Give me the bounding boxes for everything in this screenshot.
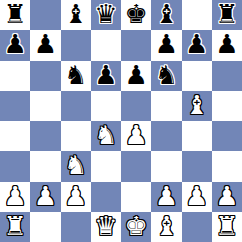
square-d6[interactable]: ♟ (91, 61, 121, 91)
black-rook[interactable]: ♜ (3, 1, 26, 27)
square-f4[interactable] (151, 121, 181, 151)
square-h2[interactable]: ♟ (212, 182, 242, 212)
square-b2[interactable]: ♟ (30, 182, 60, 212)
black-rook[interactable]: ♜ (215, 1, 238, 27)
square-f7[interactable]: ♟ (151, 30, 181, 60)
chess-board: ♜♝♛♚♝♜♟♟♟♟♟♞♟♟♞♝♞♟♞♟♟♟♟♟♟♜♛♚♝♜ (0, 0, 242, 242)
square-h8[interactable]: ♜ (212, 0, 242, 30)
white-rook[interactable]: ♜ (215, 213, 238, 239)
square-h6[interactable] (212, 61, 242, 91)
black-pawn[interactable]: ♟ (155, 31, 178, 57)
white-pawn[interactable]: ♟ (3, 183, 26, 209)
white-pawn[interactable]: ♟ (185, 183, 208, 209)
square-c2[interactable]: ♟ (61, 182, 91, 212)
square-b5[interactable] (30, 91, 60, 121)
square-h4[interactable] (212, 121, 242, 151)
white-pawn[interactable]: ♟ (34, 183, 57, 209)
black-pawn[interactable]: ♟ (34, 31, 57, 57)
white-pawn[interactable]: ♟ (155, 183, 178, 209)
square-g8[interactable] (182, 0, 212, 30)
square-d2[interactable] (91, 182, 121, 212)
square-d4[interactable]: ♞ (91, 121, 121, 151)
square-f1[interactable]: ♝ (151, 212, 181, 242)
white-bishop[interactable]: ♝ (155, 213, 178, 239)
square-f8[interactable]: ♝ (151, 0, 181, 30)
white-pawn[interactable]: ♟ (215, 183, 238, 209)
square-a8[interactable]: ♜ (0, 0, 30, 30)
square-b8[interactable] (30, 0, 60, 30)
white-knight[interactable]: ♞ (64, 152, 87, 178)
square-c7[interactable] (61, 30, 91, 60)
square-c6[interactable]: ♞ (61, 61, 91, 91)
black-pawn[interactable]: ♟ (124, 62, 147, 88)
square-e8[interactable]: ♚ (121, 0, 151, 30)
square-c5[interactable] (61, 91, 91, 121)
black-queen[interactable]: ♛ (94, 1, 117, 27)
square-c3[interactable]: ♞ (61, 151, 91, 181)
square-a7[interactable]: ♟ (0, 30, 30, 60)
square-c1[interactable] (61, 212, 91, 242)
square-g7[interactable]: ♟ (182, 30, 212, 60)
square-g3[interactable] (182, 151, 212, 181)
square-e7[interactable] (121, 30, 151, 60)
white-queen[interactable]: ♛ (94, 213, 117, 239)
square-e1[interactable]: ♚ (121, 212, 151, 242)
square-h7[interactable]: ♟ (212, 30, 242, 60)
black-knight[interactable]: ♞ (155, 62, 178, 88)
white-pawn[interactable]: ♟ (64, 183, 87, 209)
square-h1[interactable]: ♜ (212, 212, 242, 242)
square-d1[interactable]: ♛ (91, 212, 121, 242)
black-bishop[interactable]: ♝ (64, 1, 87, 27)
square-g1[interactable] (182, 212, 212, 242)
black-pawn[interactable]: ♟ (3, 31, 26, 57)
black-pawn[interactable]: ♟ (215, 31, 238, 57)
square-a5[interactable] (0, 91, 30, 121)
square-d5[interactable] (91, 91, 121, 121)
square-d7[interactable] (91, 30, 121, 60)
black-pawn[interactable]: ♟ (94, 62, 117, 88)
black-knight[interactable]: ♞ (64, 62, 87, 88)
square-a2[interactable]: ♟ (0, 182, 30, 212)
square-e5[interactable] (121, 91, 151, 121)
square-d8[interactable]: ♛ (91, 0, 121, 30)
square-a6[interactable] (0, 61, 30, 91)
square-e6[interactable]: ♟ (121, 61, 151, 91)
square-f5[interactable] (151, 91, 181, 121)
square-b3[interactable] (30, 151, 60, 181)
white-bishop[interactable]: ♝ (185, 92, 208, 118)
square-e4[interactable]: ♟ (121, 121, 151, 151)
white-knight[interactable]: ♞ (94, 122, 117, 148)
square-f6[interactable]: ♞ (151, 61, 181, 91)
square-a3[interactable] (0, 151, 30, 181)
square-c4[interactable] (61, 121, 91, 151)
white-pawn[interactable]: ♟ (124, 122, 147, 148)
square-g5[interactable]: ♝ (182, 91, 212, 121)
white-king[interactable]: ♚ (124, 213, 147, 239)
white-rook[interactable]: ♜ (3, 213, 26, 239)
square-g2[interactable]: ♟ (182, 182, 212, 212)
square-a1[interactable]: ♜ (0, 212, 30, 242)
square-b1[interactable] (30, 212, 60, 242)
square-a4[interactable] (0, 121, 30, 151)
square-h3[interactable] (212, 151, 242, 181)
square-b6[interactable] (30, 61, 60, 91)
square-f3[interactable] (151, 151, 181, 181)
square-e2[interactable] (121, 182, 151, 212)
black-pawn[interactable]: ♟ (185, 31, 208, 57)
square-f2[interactable]: ♟ (151, 182, 181, 212)
square-b7[interactable]: ♟ (30, 30, 60, 60)
square-d3[interactable] (91, 151, 121, 181)
square-g4[interactable] (182, 121, 212, 151)
square-g6[interactable] (182, 61, 212, 91)
square-h5[interactable] (212, 91, 242, 121)
square-e3[interactable] (121, 151, 151, 181)
black-king[interactable]: ♚ (124, 1, 147, 27)
square-c8[interactable]: ♝ (61, 0, 91, 30)
square-b4[interactable] (30, 121, 60, 151)
black-bishop[interactable]: ♝ (155, 1, 178, 27)
